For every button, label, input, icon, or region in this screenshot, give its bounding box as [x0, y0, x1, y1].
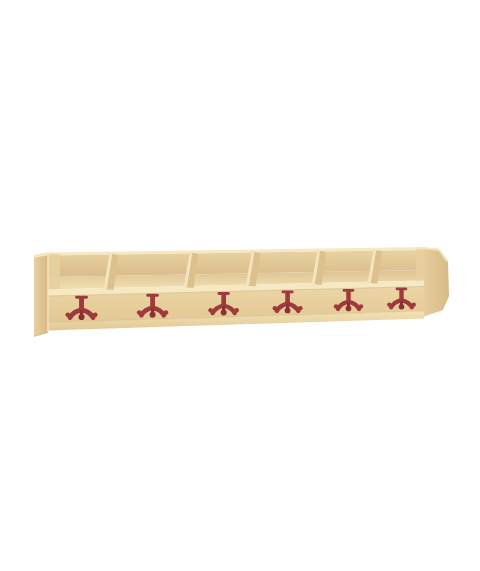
hook-left-tip — [137, 310, 142, 315]
hook-left-tip — [65, 312, 70, 317]
hook-right-tip — [234, 308, 239, 313]
hook-center-knob — [78, 314, 84, 320]
product-image: Product photo on a white background: wal… — [0, 0, 480, 571]
hook-center-knob — [150, 312, 156, 318]
right-end-panel-inner-face — [416, 249, 424, 281]
hook-center-knob — [346, 306, 352, 312]
coat-rack — [34, 247, 449, 337]
hook-left-tip — [208, 308, 213, 313]
coat-rack-image: Product photo on a white background: wal… — [0, 0, 480, 571]
hook-left-tip — [273, 306, 277, 310]
hook-center-knob — [399, 304, 405, 310]
hook-right-tip — [412, 303, 416, 307]
left-end-panel — [34, 253, 48, 337]
hook-right-tip — [164, 310, 169, 315]
hook-left-tip — [334, 304, 338, 308]
hook-center-knob — [285, 308, 291, 314]
hook-right-tip — [93, 312, 98, 317]
hook-right-tip — [298, 306, 302, 310]
hook-left-tip — [387, 303, 391, 307]
left-end-panel-inner-face — [48, 254, 60, 290]
hook-right-tip — [359, 304, 363, 308]
hook-center-knob — [221, 310, 227, 316]
